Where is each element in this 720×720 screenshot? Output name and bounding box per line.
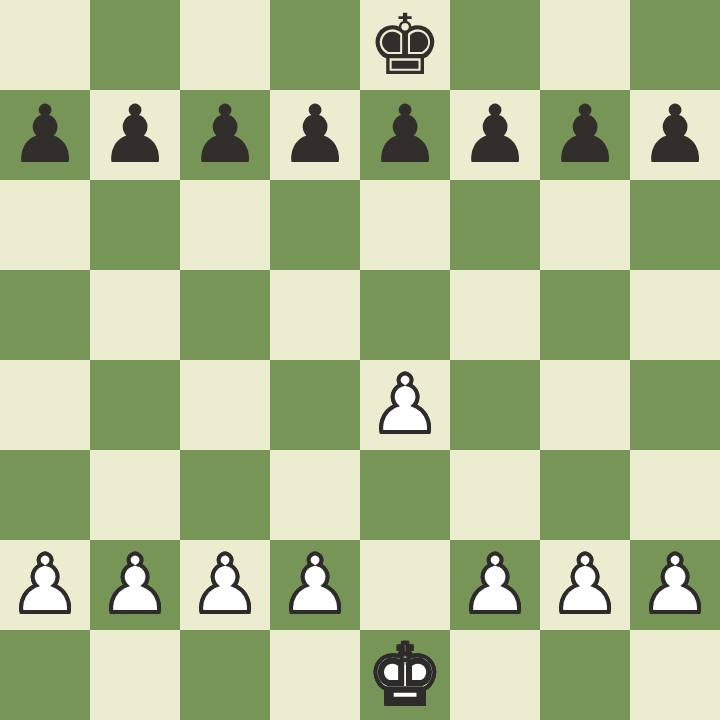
square-h5[interactable] — [630, 270, 720, 360]
square-e7[interactable]: ♟ — [360, 90, 450, 180]
piece-white-pawn[interactable]: ♟ — [549, 545, 621, 625]
square-d4[interactable] — [270, 360, 360, 450]
chess-board-container: ♚♟♟♟♟♟♟♟♟♟♟♟♟♟♟♟♟♚ — [0, 0, 720, 720]
square-h2[interactable]: ♟ — [630, 540, 720, 630]
square-h1[interactable] — [630, 630, 720, 720]
piece-white-pawn[interactable]: ♟ — [99, 545, 171, 625]
square-d7[interactable]: ♟ — [270, 90, 360, 180]
square-f6[interactable] — [450, 180, 540, 270]
square-d3[interactable] — [270, 450, 360, 540]
square-e1[interactable]: ♚ — [360, 630, 450, 720]
square-c7[interactable]: ♟ — [180, 90, 270, 180]
square-b7[interactable]: ♟ — [90, 90, 180, 180]
square-c4[interactable] — [180, 360, 270, 450]
square-e3[interactable] — [360, 450, 450, 540]
square-c6[interactable] — [180, 180, 270, 270]
piece-black-pawn[interactable]: ♟ — [639, 95, 711, 175]
square-e8[interactable]: ♚ — [360, 0, 450, 90]
square-h8[interactable] — [630, 0, 720, 90]
square-f5[interactable] — [450, 270, 540, 360]
square-b6[interactable] — [90, 180, 180, 270]
square-b5[interactable] — [90, 270, 180, 360]
piece-white-pawn[interactable]: ♟ — [189, 545, 261, 625]
square-d1[interactable] — [270, 630, 360, 720]
square-g2[interactable]: ♟ — [540, 540, 630, 630]
square-f3[interactable] — [450, 450, 540, 540]
square-f1[interactable] — [450, 630, 540, 720]
square-g1[interactable] — [540, 630, 630, 720]
square-h4[interactable] — [630, 360, 720, 450]
piece-black-king[interactable]: ♚ — [367, 3, 442, 87]
square-f8[interactable] — [450, 0, 540, 90]
piece-black-pawn[interactable]: ♟ — [99, 95, 171, 175]
square-g6[interactable] — [540, 180, 630, 270]
square-d2[interactable]: ♟ — [270, 540, 360, 630]
square-c8[interactable] — [180, 0, 270, 90]
piece-white-pawn[interactable]: ♟ — [279, 545, 351, 625]
piece-black-pawn[interactable]: ♟ — [459, 95, 531, 175]
square-a7[interactable]: ♟ — [0, 90, 90, 180]
square-h6[interactable] — [630, 180, 720, 270]
square-a8[interactable] — [0, 0, 90, 90]
square-g8[interactable] — [540, 0, 630, 90]
square-g5[interactable] — [540, 270, 630, 360]
square-a1[interactable] — [0, 630, 90, 720]
square-e6[interactable] — [360, 180, 450, 270]
square-b4[interactable] — [90, 360, 180, 450]
piece-black-pawn[interactable]: ♟ — [279, 95, 351, 175]
square-a4[interactable] — [0, 360, 90, 450]
square-b1[interactable] — [90, 630, 180, 720]
square-d8[interactable] — [270, 0, 360, 90]
square-f2[interactable]: ♟ — [450, 540, 540, 630]
square-e4[interactable]: ♟ — [360, 360, 450, 450]
square-a2[interactable]: ♟ — [0, 540, 90, 630]
square-a5[interactable] — [0, 270, 90, 360]
square-f4[interactable] — [450, 360, 540, 450]
piece-black-pawn[interactable]: ♟ — [369, 95, 441, 175]
piece-white-pawn[interactable]: ♟ — [9, 545, 81, 625]
square-e2[interactable] — [360, 540, 450, 630]
square-f7[interactable]: ♟ — [450, 90, 540, 180]
piece-white-pawn[interactable]: ♟ — [369, 365, 441, 445]
square-d6[interactable] — [270, 180, 360, 270]
square-g4[interactable] — [540, 360, 630, 450]
square-a6[interactable] — [0, 180, 90, 270]
piece-black-pawn[interactable]: ♟ — [9, 95, 81, 175]
square-h3[interactable] — [630, 450, 720, 540]
square-c2[interactable]: ♟ — [180, 540, 270, 630]
square-h7[interactable]: ♟ — [630, 90, 720, 180]
square-b2[interactable]: ♟ — [90, 540, 180, 630]
square-d5[interactable] — [270, 270, 360, 360]
piece-white-king[interactable]: ♚ — [367, 633, 442, 717]
piece-black-pawn[interactable]: ♟ — [189, 95, 261, 175]
square-b3[interactable] — [90, 450, 180, 540]
square-e5[interactable] — [360, 270, 450, 360]
square-c3[interactable] — [180, 450, 270, 540]
square-b8[interactable] — [90, 0, 180, 90]
square-g3[interactable] — [540, 450, 630, 540]
square-a3[interactable] — [0, 450, 90, 540]
piece-white-pawn[interactable]: ♟ — [639, 545, 711, 625]
piece-white-pawn[interactable]: ♟ — [459, 545, 531, 625]
piece-black-pawn[interactable]: ♟ — [549, 95, 621, 175]
square-c1[interactable] — [180, 630, 270, 720]
square-c5[interactable] — [180, 270, 270, 360]
square-g7[interactable]: ♟ — [540, 90, 630, 180]
chess-board: ♚♟♟♟♟♟♟♟♟♟♟♟♟♟♟♟♟♚ — [0, 0, 720, 720]
